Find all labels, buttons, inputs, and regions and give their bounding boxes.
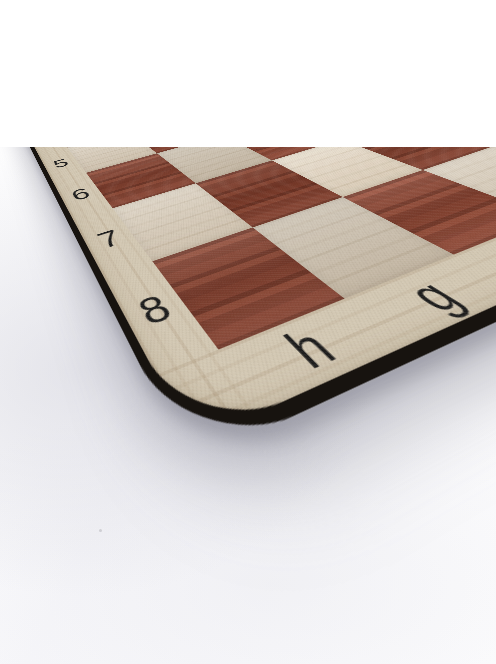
top-white-crop bbox=[0, 0, 496, 147]
photo-scene: 12345678 12345678 hgfedcba hgfedcba bbox=[0, 0, 496, 664]
dust-speck bbox=[99, 529, 102, 532]
